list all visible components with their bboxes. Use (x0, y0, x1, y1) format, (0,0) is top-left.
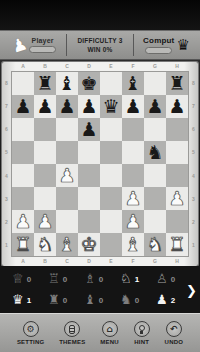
square-d1[interactable]: ♚ (78, 233, 100, 256)
square-d2[interactable] (78, 210, 100, 233)
queen-icon: ♕ (12, 271, 24, 287)
file-label: D (78, 257, 100, 266)
white-pawn[interactable]: ♟ (58, 164, 75, 187)
palette-icon (64, 321, 80, 337)
black-pawn[interactable]: ♟ (36, 95, 53, 118)
square-c1[interactable]: ♝ (56, 233, 78, 256)
white-pawn[interactable]: ♟ (14, 210, 31, 233)
captured-bishop: ♝0 (84, 292, 120, 308)
captured-black-row: ♕0♖0♗0♘1♙0 (0, 269, 200, 289)
square-b4[interactable] (34, 164, 56, 187)
white-pawn[interactable]: ♟ (124, 187, 141, 210)
white-bishop[interactable]: ♝ (124, 233, 141, 256)
rank-label: 5 (189, 141, 198, 164)
setting-button[interactable]: ⚙SETTING (17, 321, 44, 345)
bishop-icon: ♗ (84, 271, 96, 287)
square-d4[interactable] (78, 164, 100, 187)
file-label: D (78, 62, 100, 71)
rook-icon: ♖ (48, 271, 60, 287)
square-h2[interactable] (166, 210, 188, 233)
white-pawn-icon: ♟ (10, 35, 30, 56)
captured-count: 0 (99, 275, 103, 284)
square-a2[interactable]: ♟ (12, 210, 34, 233)
hint-button[interactable]: HINT (134, 321, 150, 345)
square-e4[interactable] (100, 164, 122, 187)
toolbar: ⚙SETTINGTHEMES⌂MENUHINT↶UNDO (0, 313, 200, 352)
white-pawn[interactable]: ♟ (36, 210, 53, 233)
file-label: F (122, 62, 144, 71)
square-h4[interactable] (166, 164, 188, 187)
black-rook[interactable]: ♜ (168, 72, 185, 95)
player-panel: ♟ Player (0, 31, 66, 59)
square-b3[interactable] (34, 187, 56, 210)
undo-arrow-icon: ↶ (166, 321, 182, 337)
difficulty-panel: DIFFICULTY 3 WIN 0% (67, 31, 133, 59)
black-bishop[interactable]: ♝ (58, 72, 75, 95)
white-rook[interactable]: ♜ (168, 233, 185, 256)
square-a5[interactable] (12, 141, 34, 164)
square-e1[interactable] (100, 233, 122, 256)
captured-count: 0 (27, 275, 31, 284)
square-c4[interactable]: ♟ (56, 164, 78, 187)
square-g8[interactable] (144, 72, 166, 95)
pawn-icon: ♟ (156, 292, 168, 308)
file-label: B (34, 257, 56, 266)
rank-label: 6 (2, 118, 11, 141)
captured-knight: ♘1 (120, 271, 156, 287)
square-h6[interactable] (166, 118, 188, 141)
gear-icon: ⚙ (27, 325, 35, 334)
square-b2[interactable]: ♟ (34, 210, 56, 233)
square-f5[interactable] (122, 141, 144, 164)
square-d3[interactable] (78, 187, 100, 210)
square-d6[interactable]: ♟ (78, 118, 100, 141)
black-pawn[interactable]: ♟ (80, 118, 97, 141)
knight-icon: ♘ (120, 271, 132, 287)
file-label: E (100, 257, 122, 266)
file-label: H (166, 62, 188, 71)
rank-label: 4 (2, 164, 11, 187)
rank-label: 6 (189, 118, 198, 141)
square-c5[interactable] (56, 141, 78, 164)
square-g5[interactable]: ♞ (144, 141, 166, 164)
black-queen-icon: ♛ (176, 38, 189, 53)
square-c3[interactable] (56, 187, 78, 210)
square-h7[interactable]: ♟ (166, 95, 188, 118)
square-b1[interactable]: ♞ (34, 233, 56, 256)
captured-count: 0 (63, 296, 67, 305)
white-bishop[interactable]: ♝ (58, 233, 75, 256)
board-area: ABCDEFGH 87654321 ♜♝♚♝♜♟♟♟♟♛♟♟♟♟♞♟♟♟♟♟♟♜… (0, 60, 200, 266)
black-pawn[interactable]: ♟ (14, 95, 31, 118)
square-h8[interactable]: ♜ (166, 72, 188, 95)
pawn-icon: ♙ (156, 271, 168, 287)
captured-count: 0 (171, 275, 175, 284)
file-label: C (56, 62, 78, 71)
square-c8[interactable]: ♝ (56, 72, 78, 95)
captured-count: 0 (63, 275, 67, 284)
file-labels-bottom: ABCDEFGH (12, 257, 188, 266)
rank-label: 4 (189, 164, 198, 187)
black-rook[interactable]: ♜ (36, 72, 53, 95)
captured-count: 1 (135, 275, 139, 284)
black-pawn[interactable]: ♟ (58, 95, 75, 118)
square-f6[interactable] (122, 118, 144, 141)
square-a8[interactable] (12, 72, 34, 95)
file-label: G (144, 62, 166, 71)
captured-count: 0 (99, 296, 103, 305)
button-label: HINT (134, 339, 149, 345)
computer-panel: Comput ♛ (134, 31, 200, 59)
file-labels-top: ABCDEFGH (12, 62, 188, 71)
rank-label: 3 (2, 187, 11, 210)
square-g2[interactable] (144, 210, 166, 233)
queen-icon: ♛ (12, 292, 24, 308)
gear-icon: ⚙ (23, 321, 39, 337)
square-f2[interactable]: ♟ (122, 210, 144, 233)
knight-icon: ♞ (120, 292, 132, 308)
rook-icon: ♜ (48, 292, 60, 308)
square-d7[interactable]: ♟ (78, 95, 100, 118)
square-a3[interactable] (12, 187, 34, 210)
difficulty-text: DIFFICULTY 3 (77, 37, 122, 44)
square-b6[interactable] (34, 118, 56, 141)
white-pawn[interactable]: ♟ (168, 187, 185, 210)
file-label: E (100, 62, 122, 71)
square-a1[interactable]: ♜ (12, 233, 34, 256)
black-pawn[interactable]: ♟ (80, 95, 97, 118)
top-dark-strip (0, 0, 200, 30)
square-g4[interactable] (144, 164, 166, 187)
square-f4[interactable] (122, 164, 144, 187)
square-a7[interactable]: ♟ (12, 95, 34, 118)
square-e8[interactable] (100, 72, 122, 95)
square-h1[interactable]: ♜ (166, 233, 188, 256)
rank-label: 2 (189, 211, 198, 234)
chess-app-window: ♟ Player DIFFICULTY 3 WIN 0% Comput ♛ AB… (0, 0, 200, 352)
captured-count: 1 (27, 296, 31, 305)
rank-label: 2 (2, 211, 11, 234)
rank-label: 1 (2, 234, 11, 257)
captured-queen: ♕0 (12, 271, 48, 287)
home-icon: ⌂ (102, 321, 118, 337)
palette-icon (69, 325, 75, 334)
square-e3[interactable] (100, 187, 122, 210)
square-d8[interactable]: ♚ (78, 72, 100, 95)
captured-rook: ♜0 (48, 292, 84, 308)
file-label: H (166, 257, 188, 266)
black-queen[interactable]: ♛ (102, 95, 119, 118)
menu-button[interactable]: ⌂MENU (100, 321, 118, 345)
square-d5[interactable] (78, 141, 100, 164)
captured-bishop: ♗0 (84, 271, 120, 287)
captured-pieces-tray: ♕0♖0♗0♘1♙0 ♛1♜0♝0♞0♟2 ❯ (0, 266, 200, 313)
square-g1[interactable]: ♞ (144, 233, 166, 256)
chevron-right-icon[interactable]: ❯ (186, 282, 197, 297)
computer-progress-pill (145, 47, 172, 54)
status-bar: ♟ Player DIFFICULTY 3 WIN 0% Comput ♛ (0, 30, 200, 60)
square-h5[interactable] (166, 141, 188, 164)
lightbulb-icon (134, 321, 150, 337)
square-b8[interactable]: ♜ (34, 72, 56, 95)
captured-count: 2 (171, 296, 175, 305)
square-e2[interactable] (100, 210, 122, 233)
square-g6[interactable] (144, 118, 166, 141)
file-label: B (34, 62, 56, 71)
white-pawn[interactable]: ♟ (124, 210, 141, 233)
file-label: C (56, 257, 78, 266)
square-g7[interactable]: ♟ (144, 95, 166, 118)
chess-board[interactable]: ♜♝♚♝♜♟♟♟♟♛♟♟♟♟♞♟♟♟♟♟♟♜♞♝♚♝♞♜ (11, 71, 189, 257)
square-g3[interactable] (144, 187, 166, 210)
captured-rook: ♖0 (48, 271, 84, 287)
win-percent-text: WIN 0% (87, 46, 112, 53)
rank-label: 3 (189, 187, 198, 210)
rank-label: 8 (189, 71, 198, 94)
square-f7[interactable]: ♟ (122, 95, 144, 118)
board-frame: ABCDEFGH 87654321 ♜♝♚♝♜♟♟♟♟♛♟♟♟♟♞♟♟♟♟♟♟♜… (2, 62, 198, 266)
black-pawn[interactable]: ♟ (146, 95, 163, 118)
player-progress-pill (29, 46, 56, 53)
white-knight[interactable]: ♞ (36, 233, 53, 256)
square-c7[interactable]: ♟ (56, 95, 78, 118)
square-c6[interactable] (56, 118, 78, 141)
rank-label: 7 (189, 94, 198, 117)
rank-label: 1 (189, 234, 198, 257)
rank-labels-left: 87654321 (2, 71, 11, 257)
file-label: A (12, 62, 34, 71)
undo-button[interactable]: ↶UNDO (165, 321, 183, 345)
black-knight[interactable]: ♞ (146, 141, 163, 164)
button-label: SETTING (17, 339, 44, 345)
square-b5[interactable] (34, 141, 56, 164)
player-label: Player (32, 37, 54, 44)
button-label: UNDO (165, 339, 183, 345)
file-label: F (122, 257, 144, 266)
square-c2[interactable] (56, 210, 78, 233)
undo-arrow-icon: ↶ (170, 325, 178, 334)
square-e5[interactable] (100, 141, 122, 164)
black-bishop[interactable]: ♝ (124, 72, 141, 95)
rank-label: 7 (2, 94, 11, 117)
bishop-icon: ♝ (84, 292, 96, 308)
white-knight[interactable]: ♞ (146, 233, 163, 256)
black-pawn[interactable]: ♟ (168, 95, 185, 118)
square-e7[interactable]: ♛ (100, 95, 122, 118)
rank-label: 8 (2, 71, 11, 94)
rank-labels-right: 87654321 (189, 71, 198, 257)
black-pawn[interactable]: ♟ (124, 95, 141, 118)
white-rook[interactable]: ♜ (14, 233, 31, 256)
captured-white-row: ♛1♜0♝0♞0♟2 (0, 290, 200, 310)
file-label: A (12, 257, 34, 266)
square-e6[interactable] (100, 118, 122, 141)
captured-queen: ♛1 (12, 292, 48, 308)
captured-count: 0 (135, 296, 139, 305)
white-king[interactable]: ♚ (80, 233, 97, 256)
file-label: G (144, 257, 166, 266)
square-a4[interactable] (12, 164, 34, 187)
square-a6[interactable] (12, 118, 34, 141)
button-label: MENU (100, 339, 118, 345)
square-h3[interactable]: ♟ (166, 187, 188, 210)
button-label: THEMES (59, 339, 85, 345)
square-f1[interactable]: ♝ (122, 233, 144, 256)
themes-button[interactable]: THEMES (59, 321, 85, 345)
square-f8[interactable]: ♝ (122, 72, 144, 95)
square-b7[interactable]: ♟ (34, 95, 56, 118)
square-f3[interactable]: ♟ (122, 187, 144, 210)
lightbulb-icon (138, 325, 145, 334)
black-king[interactable]: ♚ (80, 72, 97, 95)
home-icon: ⌂ (106, 325, 112, 334)
captured-knight: ♞0 (120, 292, 156, 308)
computer-label: Comput (143, 36, 174, 45)
rank-label: 5 (2, 141, 11, 164)
